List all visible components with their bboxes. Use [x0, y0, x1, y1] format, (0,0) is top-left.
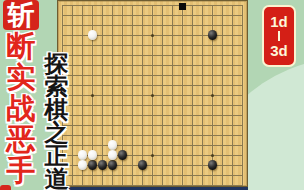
bottom-left-red-strip: [0, 185, 11, 190]
banner-character: 实: [7, 62, 36, 93]
black-stone: [108, 160, 117, 169]
black-stone: [208, 160, 217, 169]
white-stone: [88, 150, 97, 159]
grid-line-vertical: [222, 5, 223, 186]
white-stone: [108, 150, 117, 159]
banner-character: 战: [7, 93, 36, 124]
go-board[interactable]: [57, 0, 248, 187]
last-move-square-marker: [179, 3, 186, 10]
grid-line-horizontal: [62, 135, 243, 136]
banner-character: 棋: [45, 98, 69, 121]
star-point: [151, 34, 154, 37]
grid-line-vertical: [202, 5, 203, 186]
banner-character: 索: [45, 75, 69, 98]
black-stone: [88, 160, 97, 169]
grid-line-horizontal: [62, 145, 243, 146]
star-point: [151, 154, 154, 157]
grid-line-horizontal: [62, 185, 243, 186]
rank-badge-bottom-label: 3d: [270, 43, 288, 58]
banner-character: 断: [7, 31, 36, 62]
banner-character: 斩: [3, 0, 39, 30]
grid-line-horizontal: [62, 105, 243, 106]
rank-badge-divider: [278, 31, 281, 41]
grid-line-vertical: [162, 5, 163, 186]
black-stone: [138, 160, 147, 169]
black-stone: [98, 160, 107, 169]
banner-character: 探: [45, 52, 69, 75]
grid-line-vertical: [182, 5, 183, 186]
star-point: [211, 94, 214, 97]
grid-line-vertical: [172, 5, 173, 186]
grid-line-vertical: [192, 5, 193, 186]
banner-character: 手: [7, 155, 36, 186]
banner-character: 道: [45, 167, 69, 190]
star-point: [91, 94, 94, 97]
white-stone: [78, 160, 87, 169]
black-stone: [208, 30, 217, 39]
rank-badge: 1d 3d: [262, 5, 296, 67]
banner-red-text: 斩断实战恶手: [1, 0, 41, 186]
white-stone: [78, 150, 87, 159]
white-stone: [88, 30, 97, 39]
white-stone: [108, 140, 117, 149]
star-point: [211, 154, 214, 157]
grid-line-vertical: [232, 5, 233, 186]
rank-badge-top-label: 1d: [270, 14, 288, 29]
video-thumbnail: 斩断实战恶手 探索棋之正道 1d 3d: [0, 0, 304, 190]
grid-line-vertical: [242, 5, 243, 186]
grid-line-horizontal: [62, 125, 243, 126]
banner-character: 恶: [7, 124, 36, 155]
banner-character: 之: [45, 121, 69, 144]
banner-character: 正: [45, 144, 69, 167]
black-stone: [118, 150, 127, 159]
star-point: [151, 94, 154, 97]
board-bottom-strip: [57, 187, 248, 190]
grid-line-horizontal: [62, 115, 243, 116]
grid-line-horizontal: [62, 175, 243, 176]
banner-black-text: 探索棋之正道: [41, 52, 72, 190]
